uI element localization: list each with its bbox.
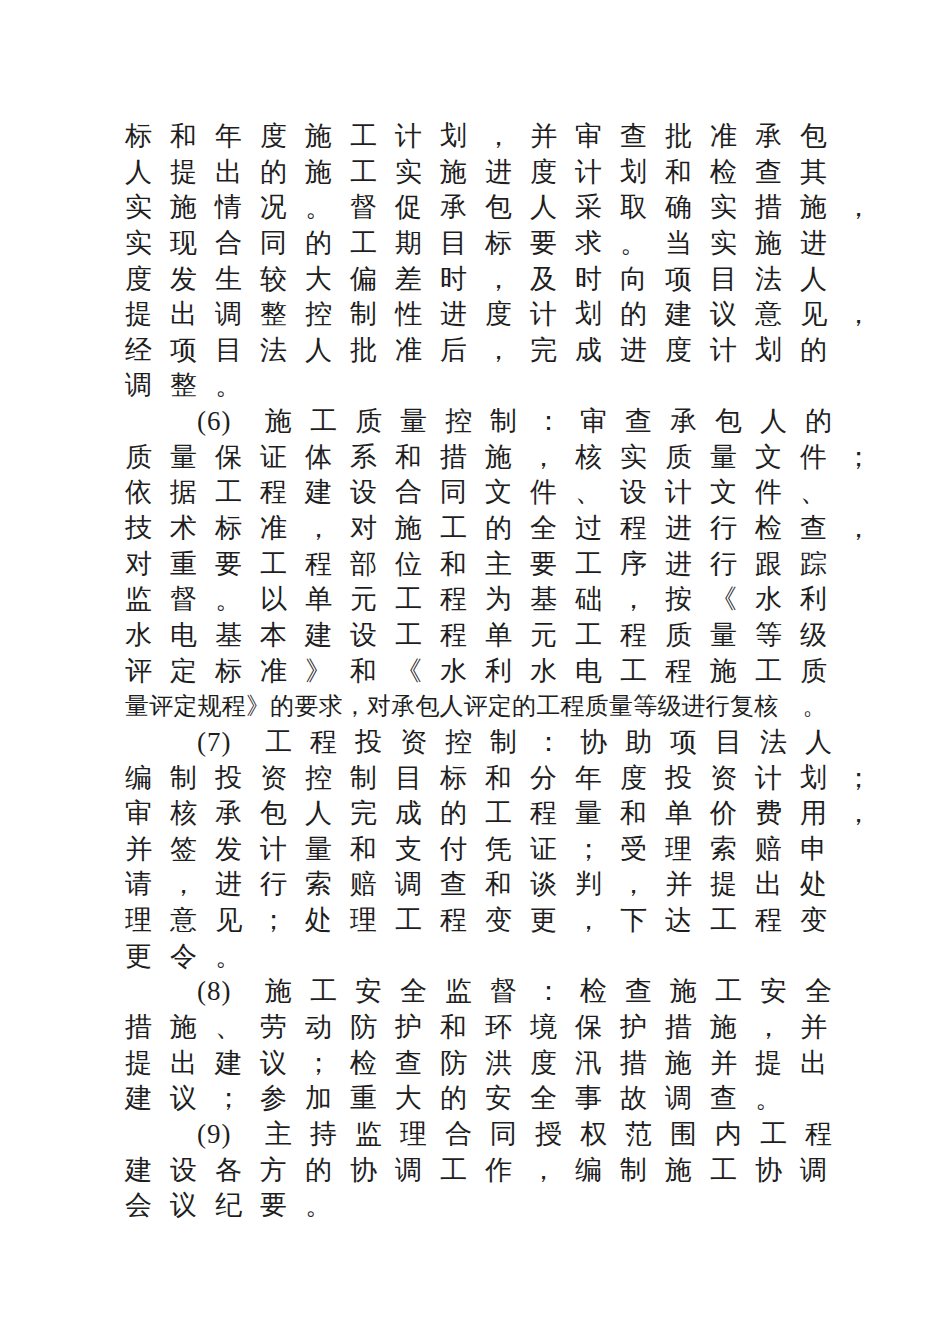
char: 施 <box>440 155 468 191</box>
char: 护 <box>395 1010 423 1046</box>
char: 的 <box>800 333 828 369</box>
char: 变 <box>485 903 513 939</box>
char: 制 <box>490 725 518 761</box>
char: 出 <box>170 297 198 333</box>
char: 水 <box>440 654 468 690</box>
char: 处 <box>305 903 333 939</box>
char: 建 <box>305 618 333 654</box>
char: 完 <box>530 333 558 369</box>
char: 体 <box>305 440 333 476</box>
char: 审 <box>125 796 153 832</box>
char: 并 <box>710 1046 738 1082</box>
char: 同 <box>260 226 288 262</box>
char: 的 <box>620 297 648 333</box>
char: 并 <box>125 832 153 868</box>
text-line: (6)施工质量控制：审查承包人的 <box>125 404 915 440</box>
char: 度 <box>530 1046 558 1082</box>
char: 查 <box>710 1081 738 1117</box>
char: 安 <box>760 974 788 1010</box>
char: 工 <box>265 725 293 761</box>
char: 制 <box>350 761 378 797</box>
char: ， <box>845 190 873 226</box>
char: 划 <box>620 155 648 191</box>
char: 见 <box>215 903 243 939</box>
char: 施 <box>265 974 293 1010</box>
text-line: 编制投资控制目标和分年度投资计划； <box>125 761 915 797</box>
char: ， <box>485 262 513 298</box>
text-line: 度发生较大偏差时，及时向项目法人 <box>125 262 915 298</box>
char: 划 <box>755 333 783 369</box>
char: 标 <box>485 226 513 262</box>
char: 价 <box>710 796 738 832</box>
char: 证 <box>260 440 288 476</box>
char: 行 <box>260 867 288 903</box>
char: 质 <box>355 404 383 440</box>
char: 承 <box>670 404 698 440</box>
char: 资 <box>400 725 428 761</box>
char: 赔 <box>350 867 378 903</box>
char: 费 <box>755 796 783 832</box>
char: 程 <box>440 903 468 939</box>
char: ： <box>535 725 563 761</box>
char: 实 <box>125 190 153 226</box>
text-line: (7)工程投资控制：协助项目法人 <box>125 725 915 761</box>
char: 度 <box>260 119 288 155</box>
char: 确 <box>665 190 693 226</box>
char: ； <box>845 440 873 476</box>
char: 法 <box>760 725 788 761</box>
char: 程 <box>620 618 648 654</box>
char: 调 <box>215 297 243 333</box>
char: 协 <box>580 725 608 761</box>
text-line: 经项目法人批准后，完成进度计划的 <box>125 333 915 369</box>
char: 提 <box>125 1046 153 1082</box>
char: 查 <box>440 867 468 903</box>
char: 标 <box>125 119 153 155</box>
text-line: 对重要工程部位和主要工序进行跟踪 <box>125 547 915 583</box>
char: 计 <box>710 333 738 369</box>
char: 评 <box>125 654 153 690</box>
char: 包 <box>800 119 828 155</box>
char: ， <box>620 582 648 618</box>
char: 程 <box>260 475 288 511</box>
char: 纪 <box>215 1188 243 1224</box>
char: 度 <box>125 262 153 298</box>
char: ， <box>755 1010 783 1046</box>
char: 程 <box>440 582 468 618</box>
char: 工 <box>710 903 738 939</box>
char: 提 <box>125 297 153 333</box>
char: 行 <box>710 511 738 547</box>
char: 工 <box>575 618 603 654</box>
char: 控 <box>305 297 333 333</box>
char: 施 <box>665 1153 693 1189</box>
text-line: 监督。以单元工程为基础，按《水利 <box>125 582 915 618</box>
char: 。 <box>620 226 648 262</box>
char: 基 <box>530 582 558 618</box>
char: 督 <box>490 974 518 1010</box>
char: 资 <box>260 761 288 797</box>
char: 监 <box>355 1117 383 1153</box>
char: 协 <box>755 1153 783 1189</box>
char: 按 <box>665 582 693 618</box>
char: 投 <box>355 725 383 761</box>
char: 建 <box>305 475 333 511</box>
char: 进 <box>485 155 513 191</box>
char: 施 <box>170 190 198 226</box>
char: 检 <box>710 155 738 191</box>
char: 索 <box>305 867 333 903</box>
char: 和 <box>665 155 693 191</box>
char: 措 <box>620 1046 648 1082</box>
char: 较 <box>260 262 288 298</box>
char: 工 <box>485 796 513 832</box>
char: 部 <box>350 547 378 583</box>
char: 用 <box>800 796 828 832</box>
char: 包 <box>715 404 743 440</box>
char: 。 <box>305 1188 333 1224</box>
char: 施 <box>710 654 738 690</box>
char: 水 <box>125 618 153 654</box>
char: 调 <box>800 1153 828 1189</box>
char: 批 <box>665 119 693 155</box>
char: 施 <box>800 190 828 226</box>
char: 向 <box>620 262 648 298</box>
char: 制 <box>490 404 518 440</box>
char: 凭 <box>485 832 513 868</box>
char: 计 <box>260 832 288 868</box>
char: 程 <box>305 547 333 583</box>
char: 、 <box>800 475 828 511</box>
char: 承 <box>440 190 468 226</box>
char: 出 <box>800 1046 828 1082</box>
char: 人 <box>805 725 833 761</box>
char: 时 <box>575 262 603 298</box>
char: 划 <box>575 297 603 333</box>
char: 会 <box>125 1188 153 1224</box>
char: 工 <box>350 226 378 262</box>
char: 和 <box>395 440 423 476</box>
char: 审 <box>580 404 608 440</box>
char: ； <box>215 1081 243 1117</box>
char: 年 <box>215 119 243 155</box>
char: 议 <box>170 1081 198 1117</box>
char: 动 <box>305 1010 333 1046</box>
char: 更 <box>530 903 558 939</box>
char: 技 <box>125 511 153 547</box>
char: ； <box>575 832 603 868</box>
char: 事 <box>575 1081 603 1117</box>
char: 单 <box>665 796 693 832</box>
char: 况 <box>260 190 288 226</box>
char: 投 <box>215 761 243 797</box>
char: 目 <box>440 226 468 262</box>
text-line: 依据工程建设合同文件、设计文件、 <box>125 475 915 511</box>
char: 付 <box>440 832 468 868</box>
char: 要 <box>530 547 558 583</box>
char: 经 <box>125 333 153 369</box>
char: 保 <box>575 1010 603 1046</box>
char: ： <box>535 404 563 440</box>
char: 》 <box>305 654 333 690</box>
char: 取 <box>620 190 648 226</box>
char: 合 <box>395 475 423 511</box>
char: ， <box>485 333 513 369</box>
char: 分 <box>530 761 558 797</box>
char: 防 <box>440 1046 468 1082</box>
char: 和 <box>485 761 513 797</box>
char: 工 <box>715 974 743 1010</box>
text-line: (9)主持监理合同授权范围内工程 <box>125 1117 915 1153</box>
char: 理 <box>125 903 153 939</box>
char: 全 <box>805 974 833 1010</box>
char: 计 <box>575 155 603 191</box>
char: 更 <box>125 939 153 975</box>
char: 实 <box>710 190 738 226</box>
char: 签 <box>170 832 198 868</box>
document-body: 标和年度施工计划，并审查批准承包人提出的施工实施进度计划和检查其实施情况。督促承… <box>125 119 915 1224</box>
char: 定 <box>170 654 198 690</box>
char: 划 <box>800 761 828 797</box>
char: 件 <box>530 475 558 511</box>
char: 实 <box>620 440 648 476</box>
char: 检 <box>580 974 608 1010</box>
char: 为 <box>485 582 513 618</box>
char: 依 <box>125 475 153 511</box>
text-line: 提出建议；检查防洪度汛措施并提出 <box>125 1046 915 1082</box>
char: 建 <box>665 297 693 333</box>
text-line: 评定标准》和《水利水电工程施工质 <box>125 654 915 690</box>
char: 水 <box>755 582 783 618</box>
char: 计 <box>395 119 423 155</box>
char: 工 <box>310 974 338 1010</box>
char: 检 <box>755 511 783 547</box>
char: 《 <box>395 654 423 690</box>
char: 标 <box>215 654 243 690</box>
char: 督 <box>170 582 198 618</box>
char: 准 <box>260 654 288 690</box>
char: 采 <box>575 190 603 226</box>
char: 水 <box>530 654 558 690</box>
char: 量 <box>400 404 428 440</box>
char: 单 <box>485 618 513 654</box>
char: 过 <box>575 511 603 547</box>
text-line: 实施情况。督促承包人采取确实措施， <box>125 190 915 226</box>
char: 施 <box>170 1010 198 1046</box>
char: 求 <box>575 226 603 262</box>
char: 系 <box>350 440 378 476</box>
char: 护 <box>620 1010 648 1046</box>
char: 的 <box>440 796 468 832</box>
char: 施 <box>710 1010 738 1046</box>
char: 项 <box>670 725 698 761</box>
char: 施 <box>305 119 333 155</box>
char: 项 <box>170 333 198 369</box>
char: 标 <box>440 761 468 797</box>
char: 时 <box>440 262 468 298</box>
char: 标 <box>215 511 243 547</box>
char: 方 <box>260 1153 288 1189</box>
char: 及 <box>530 262 558 298</box>
char: 提 <box>170 155 198 191</box>
char: 并 <box>800 1010 828 1046</box>
char: 请 <box>125 867 153 903</box>
char: 质 <box>125 440 153 476</box>
char: 进 <box>440 297 468 333</box>
char: 人 <box>800 262 828 298</box>
char: 度 <box>620 761 648 797</box>
char: 度 <box>485 297 513 333</box>
char: 检 <box>350 1046 378 1082</box>
char: 重 <box>170 547 198 583</box>
document-page: 标和年度施工计划，并审查批准承包人提出的施工实施进度计划和检查其实施情况。督促承… <box>0 0 950 1344</box>
char: 利 <box>800 582 828 618</box>
char: 工 <box>350 119 378 155</box>
char: ， <box>530 440 558 476</box>
char: 查 <box>625 974 653 1010</box>
char: 判 <box>575 867 603 903</box>
text-line: 人提出的施工实施进度计划和检查其 <box>125 155 915 191</box>
text-line: 理意见；处理工程变更，下达工程变 <box>125 903 915 939</box>
char: 。 <box>305 190 333 226</box>
char: 进 <box>800 226 828 262</box>
char: 范 <box>625 1117 653 1153</box>
char: 础 <box>575 582 603 618</box>
char: 达 <box>665 903 693 939</box>
char: 劳 <box>260 1010 288 1046</box>
char: 持 <box>310 1117 338 1153</box>
char: 计 <box>755 761 783 797</box>
char: 工 <box>760 1117 788 1153</box>
char: 包 <box>485 190 513 226</box>
char: 全 <box>400 974 428 1010</box>
char: 意 <box>170 903 198 939</box>
char: 项 <box>665 262 693 298</box>
char: 准 <box>260 511 288 547</box>
char: 参 <box>260 1081 288 1117</box>
char: 施 <box>755 226 783 262</box>
char: 术 <box>170 511 198 547</box>
char: 同 <box>440 475 468 511</box>
char: 重 <box>350 1081 378 1117</box>
char: 支 <box>395 832 423 868</box>
char: 控 <box>445 725 473 761</box>
char: 程 <box>805 1117 833 1153</box>
char: 全 <box>530 511 558 547</box>
char: 成 <box>395 796 423 832</box>
char: ， <box>485 119 513 155</box>
char: 踪 <box>800 547 828 583</box>
char: 程 <box>530 796 558 832</box>
char: 调 <box>665 1081 693 1117</box>
char: 单 <box>305 582 333 618</box>
char: 以 <box>260 582 288 618</box>
char: 期 <box>395 226 423 262</box>
char: 性 <box>395 297 423 333</box>
char: 查 <box>755 155 783 191</box>
char: 准 <box>395 333 423 369</box>
char: 级 <box>800 618 828 654</box>
char: 年 <box>575 761 603 797</box>
char: 完 <box>350 796 378 832</box>
char: 措 <box>665 1010 693 1046</box>
char: 令 <box>170 939 198 975</box>
char: 并 <box>665 867 693 903</box>
char: 防 <box>350 1010 378 1046</box>
char: 主 <box>265 1117 293 1153</box>
char: 准 <box>710 119 738 155</box>
char: 进 <box>620 333 648 369</box>
char: 理 <box>350 903 378 939</box>
char: 文 <box>710 475 738 511</box>
char: 和 <box>485 867 513 903</box>
char: 建 <box>215 1046 243 1082</box>
char: 法 <box>260 333 288 369</box>
char: 划 <box>440 119 468 155</box>
text-line: 会议纪要。 <box>125 1188 915 1224</box>
char: 实 <box>125 226 153 262</box>
char: 和 <box>440 1010 468 1046</box>
char: 工 <box>710 1153 738 1189</box>
char: 议 <box>260 1046 288 1082</box>
char: 投 <box>665 761 693 797</box>
char: 量 <box>575 796 603 832</box>
char: 境 <box>530 1010 558 1046</box>
char: 程 <box>665 654 693 690</box>
char: 本 <box>260 618 288 654</box>
char: 出 <box>755 867 783 903</box>
char: 计 <box>665 475 693 511</box>
char: 施 <box>670 974 698 1010</box>
char: 工 <box>440 1153 468 1189</box>
char: 件 <box>800 440 828 476</box>
char: 发 <box>170 262 198 298</box>
char: 工 <box>350 155 378 191</box>
char: 。 <box>215 939 243 975</box>
char: 。 <box>755 1081 783 1117</box>
char: 目 <box>715 725 743 761</box>
char: 文 <box>485 475 513 511</box>
char: 索 <box>710 832 738 868</box>
char: 法 <box>755 262 783 298</box>
char: 出 <box>215 155 243 191</box>
char: ， <box>620 867 648 903</box>
char: 建 <box>125 1081 153 1117</box>
char: 调 <box>395 867 423 903</box>
char: 保 <box>215 440 243 476</box>
char: 并 <box>530 119 558 155</box>
char: 授 <box>535 1117 563 1153</box>
char: 处 <box>800 867 828 903</box>
char: 作 <box>485 1153 513 1189</box>
char: 其 <box>800 155 828 191</box>
char: 设 <box>350 618 378 654</box>
text-line: 更令。 <box>125 939 915 975</box>
char: 后 <box>440 333 468 369</box>
char: 资 <box>710 761 738 797</box>
char: 施 <box>395 511 423 547</box>
char: 情 <box>215 190 243 226</box>
char: 目 <box>215 333 243 369</box>
char: 工 <box>575 547 603 583</box>
char: 合 <box>215 226 243 262</box>
text-line: 措施、劳动防护和环境保护措施，并 <box>125 1010 915 1046</box>
char: ， <box>530 1153 558 1189</box>
list-item-marker: (8) <box>197 974 231 1010</box>
char: 。 <box>215 582 243 618</box>
char: 偏 <box>350 262 378 298</box>
char: 和 <box>620 796 648 832</box>
